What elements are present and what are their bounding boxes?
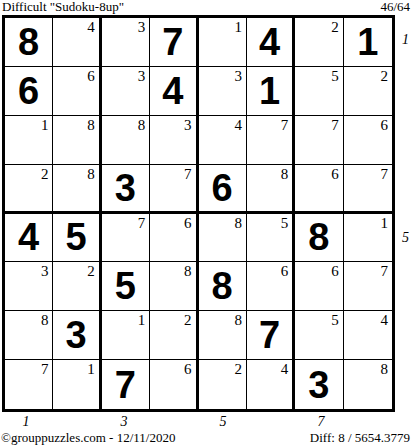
cell-r4c2[interactable]: 8 xyxy=(53,165,101,214)
corner-mark: 1 xyxy=(138,312,146,328)
corner-mark: 7 xyxy=(381,263,389,279)
cell-r6c8[interactable]: 7 xyxy=(344,262,392,311)
row-label-1: 1 xyxy=(399,33,412,47)
cell-r5c1[interactable]: 4 xyxy=(5,214,53,263)
cell-r4c8[interactable]: 7 xyxy=(344,165,392,214)
cell-r4c7[interactable]: 6 xyxy=(295,165,343,214)
corner-mark: 3 xyxy=(234,68,242,84)
corner-mark: 2 xyxy=(184,312,192,328)
cell-r7c4[interactable]: 2 xyxy=(150,311,198,360)
corner-mark: 6 xyxy=(381,117,389,133)
progress-counter: 46/64 xyxy=(380,0,410,14)
cell-r4c5[interactable]: 6 xyxy=(199,165,247,214)
big-digit: 5 xyxy=(65,218,86,256)
cell-r3c1[interactable]: 1 xyxy=(5,116,53,165)
big-digit: 8 xyxy=(212,267,233,305)
cell-r7c2[interactable]: 3 xyxy=(53,311,101,360)
corner-mark: 6 xyxy=(281,263,289,279)
big-digit: 3 xyxy=(65,316,86,354)
corner-mark: 8 xyxy=(138,117,146,133)
cell-r8c2[interactable]: 1 xyxy=(53,360,101,409)
corner-mark: 5 xyxy=(281,215,289,231)
cell-r8c5[interactable]: 2 xyxy=(199,360,247,409)
corner-mark: 8 xyxy=(381,361,389,377)
corner-mark: 7 xyxy=(281,117,289,133)
corner-mark: 3 xyxy=(184,117,192,133)
big-digit: 7 xyxy=(162,23,183,61)
corner-mark: 2 xyxy=(331,19,339,35)
copyright-text: ©grouppuzzles.com - 12/11/2020 xyxy=(1,431,175,445)
big-digit: 3 xyxy=(308,366,329,404)
cell-r5c6[interactable]: 5 xyxy=(247,214,295,263)
big-digit: 4 xyxy=(18,218,39,256)
cell-r8c8[interactable]: 8 xyxy=(344,360,392,409)
board: 8437142166343152188347762837686745768581… xyxy=(2,15,395,412)
cell-r1c7[interactable]: 2 xyxy=(295,18,343,67)
corner-mark: 2 xyxy=(41,166,49,182)
big-digit: 6 xyxy=(18,72,39,110)
cell-r1c1[interactable]: 8 xyxy=(5,18,53,67)
cell-r8c3[interactable]: 7 xyxy=(102,360,150,409)
corner-mark: 7 xyxy=(138,215,146,231)
corner-mark: 8 xyxy=(234,215,242,231)
corner-mark: 4 xyxy=(87,19,95,35)
cell-r6c4[interactable]: 8 xyxy=(150,262,198,311)
cell-r6c6[interactable]: 6 xyxy=(247,262,295,311)
cell-r2c6[interactable]: 1 xyxy=(247,67,295,116)
col-label-3: 3 xyxy=(114,415,134,429)
cell-r3c7[interactable]: 7 xyxy=(295,116,343,165)
cell-r2c1[interactable]: 6 xyxy=(5,67,53,116)
cell-r7c1[interactable]: 8 xyxy=(5,311,53,360)
col-label-1: 1 xyxy=(16,415,36,429)
corner-mark: 6 xyxy=(331,166,339,182)
corner-mark: 6 xyxy=(184,361,192,377)
cell-r8c4[interactable]: 6 xyxy=(150,360,198,409)
cell-r5c5[interactable]: 8 xyxy=(199,214,247,263)
cell-r5c4[interactable]: 6 xyxy=(150,214,198,263)
cell-r8c7[interactable]: 3 xyxy=(295,360,343,409)
corner-mark: 8 xyxy=(281,166,289,182)
cell-r1c3[interactable]: 3 xyxy=(102,18,150,67)
cell-r3c3[interactable]: 8 xyxy=(102,116,150,165)
cell-r2c2[interactable]: 6 xyxy=(53,67,101,116)
difficulty-text: Diff: 8 / 5654.3779 xyxy=(310,431,410,445)
col-label-7: 7 xyxy=(311,415,331,429)
cell-r5c3[interactable]: 7 xyxy=(102,214,150,263)
cell-r8c1[interactable]: 7 xyxy=(5,360,53,409)
cell-r6c5[interactable]: 8 xyxy=(199,262,247,311)
big-digit: 1 xyxy=(259,72,280,110)
cell-r3c5[interactable]: 4 xyxy=(199,116,247,165)
corner-mark: 8 xyxy=(41,312,49,328)
corner-mark: 6 xyxy=(87,68,95,84)
cell-r5c7[interactable]: 8 xyxy=(295,214,343,263)
cell-r7c6[interactable]: 7 xyxy=(247,311,295,360)
cell-r4c4[interactable]: 7 xyxy=(150,165,198,214)
cell-r8c6[interactable]: 4 xyxy=(247,360,295,409)
big-digit: 8 xyxy=(18,23,39,61)
corner-mark: 8 xyxy=(87,117,95,133)
big-digit: 3 xyxy=(115,169,136,207)
cell-r5c8[interactable]: 1 xyxy=(344,214,392,263)
page-title: Difficult "Sudoku-8up" xyxy=(2,0,124,14)
cell-r1c4[interactable]: 7 xyxy=(150,18,198,67)
corner-mark: 5 xyxy=(331,312,339,328)
big-digit: 5 xyxy=(115,267,136,305)
corner-mark: 3 xyxy=(41,263,49,279)
cell-r4c3[interactable]: 3 xyxy=(102,165,150,214)
cell-r7c8[interactable]: 4 xyxy=(344,311,392,360)
corner-mark: 8 xyxy=(184,263,192,279)
big-digit: 7 xyxy=(259,316,280,354)
corner-mark: 6 xyxy=(331,263,339,279)
corner-mark: 3 xyxy=(138,68,146,84)
cell-r3c4[interactable]: 3 xyxy=(150,116,198,165)
big-digit: 1 xyxy=(357,23,378,61)
cell-r2c7[interactable]: 5 xyxy=(295,67,343,116)
cell-r4c1[interactable]: 2 xyxy=(5,165,53,214)
corner-mark: 4 xyxy=(381,312,389,328)
corner-mark: 1 xyxy=(381,215,389,231)
big-digit: 8 xyxy=(308,218,329,256)
corner-mark: 6 xyxy=(184,215,192,231)
cell-r7c5[interactable]: 8 xyxy=(199,311,247,360)
cell-r3c8[interactable]: 6 xyxy=(344,116,392,165)
corner-mark: 2 xyxy=(381,68,389,84)
cell-r3c2[interactable]: 8 xyxy=(53,116,101,165)
corner-mark: 7 xyxy=(331,117,339,133)
big-digit: 4 xyxy=(162,72,183,110)
big-digit: 7 xyxy=(115,366,136,404)
corner-mark: 3 xyxy=(138,19,146,35)
big-digit: 4 xyxy=(259,23,280,61)
cell-r2c5[interactable]: 3 xyxy=(199,67,247,116)
cell-r4c6[interactable]: 8 xyxy=(247,165,295,214)
corner-mark: 2 xyxy=(87,263,95,279)
cell-r1c2[interactable]: 4 xyxy=(53,18,101,67)
big-digit: 6 xyxy=(212,169,233,207)
corner-mark: 5 xyxy=(331,68,339,84)
corner-mark: 2 xyxy=(234,361,242,377)
corner-mark: 7 xyxy=(184,166,192,182)
cell-r6c7[interactable]: 6 xyxy=(295,262,343,311)
corner-mark: 1 xyxy=(87,361,95,377)
cell-r3c6[interactable]: 7 xyxy=(247,116,295,165)
cell-r2c4[interactable]: 4 xyxy=(150,67,198,116)
cell-r2c8[interactable]: 2 xyxy=(344,67,392,116)
corner-mark: 1 xyxy=(234,19,242,35)
cell-r6c1[interactable]: 3 xyxy=(5,262,53,311)
corner-mark: 7 xyxy=(41,361,49,377)
cell-r6c2[interactable]: 2 xyxy=(53,262,101,311)
cell-r1c8[interactable]: 1 xyxy=(344,18,392,67)
cell-r5c2[interactable]: 5 xyxy=(53,214,101,263)
corner-mark: 4 xyxy=(281,361,289,377)
corner-mark: 7 xyxy=(381,166,389,182)
row-label-5: 5 xyxy=(399,231,412,245)
cell-r7c7[interactable]: 5 xyxy=(295,311,343,360)
corner-mark: 1 xyxy=(41,117,49,133)
cell-r2c3[interactable]: 3 xyxy=(102,67,150,116)
col-label-5: 5 xyxy=(213,415,233,429)
cell-r7c3[interactable]: 1 xyxy=(102,311,150,360)
cell-r1c5[interactable]: 1 xyxy=(199,18,247,67)
corner-mark: 8 xyxy=(87,166,95,182)
cell-r6c3[interactable]: 5 xyxy=(102,262,150,311)
cell-r1c6[interactable]: 4 xyxy=(247,18,295,67)
corner-mark: 8 xyxy=(234,312,242,328)
corner-mark: 4 xyxy=(234,117,242,133)
